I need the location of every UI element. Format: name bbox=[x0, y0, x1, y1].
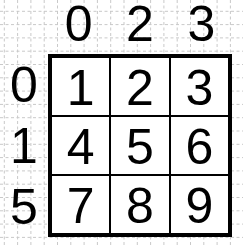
grid-board: 1 2 3 4 5 6 7 8 9 bbox=[48, 54, 232, 237]
cell-r0c0: 1 bbox=[51, 57, 110, 116]
cell-r0c2: 3 bbox=[170, 57, 229, 116]
row-label-1: 1 bbox=[0, 115, 48, 176]
column-labels: 0 2 3 bbox=[48, 0, 232, 54]
page: 0 2 3 0 1 5 1 2 3 4 5 6 7 8 9 bbox=[0, 0, 243, 247]
cell-r0c1: 2 bbox=[110, 57, 169, 116]
cell-r1c1: 5 bbox=[110, 116, 169, 175]
cell-r2c1: 8 bbox=[110, 175, 169, 234]
cell-r2c2: 9 bbox=[170, 175, 229, 234]
row-label-0: 0 bbox=[0, 54, 48, 115]
row-labels: 0 1 5 bbox=[0, 54, 48, 237]
cell-r2c0: 7 bbox=[51, 175, 110, 234]
col-label-2: 3 bbox=[171, 0, 232, 54]
cell-r1c2: 6 bbox=[170, 116, 229, 175]
cell-r1c0: 4 bbox=[51, 116, 110, 175]
row-label-2: 5 bbox=[0, 176, 48, 237]
col-label-1: 2 bbox=[109, 0, 170, 54]
col-label-0: 0 bbox=[48, 0, 109, 54]
